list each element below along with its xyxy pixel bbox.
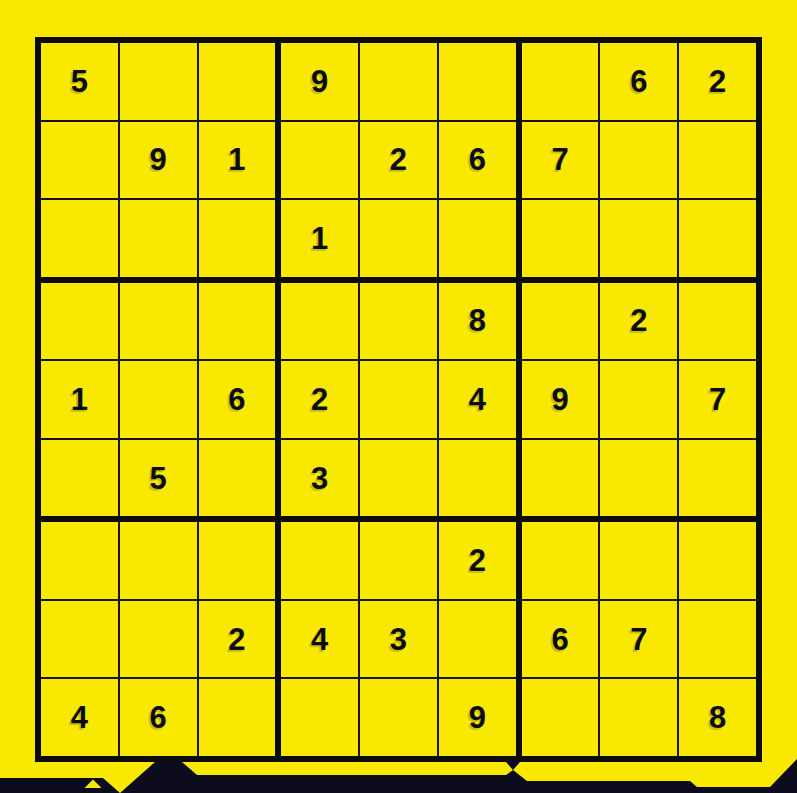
cell-r4c7[interactable] <box>522 283 599 360</box>
cell-r6c2[interactable]: 5 <box>120 440 197 517</box>
cell-r9c7[interactable] <box>522 679 599 756</box>
cell-r4c1[interactable] <box>41 283 118 360</box>
box-3: 627 <box>522 43 756 277</box>
cell-r5c7[interactable]: 9 <box>522 361 599 438</box>
cell-r2c9[interactable] <box>679 122 756 199</box>
cell-r6c5[interactable] <box>360 440 437 517</box>
cell-r9c5[interactable] <box>360 679 437 756</box>
cell-r6c7[interactable] <box>522 440 599 517</box>
cell-r1c9[interactable]: 2 <box>679 43 756 120</box>
sudoku-board: 591926162716582432972462439678 <box>35 37 762 762</box>
cell-r4c5[interactable] <box>360 283 437 360</box>
cell-r4c4[interactable] <box>281 283 358 360</box>
sudoku-screen: 591926162716582432972462439678 <box>0 0 797 793</box>
cell-r9c4[interactable] <box>281 679 358 756</box>
cell-r1c8[interactable]: 6 <box>600 43 677 120</box>
box-9: 678 <box>522 522 756 756</box>
box-6: 297 <box>522 283 756 517</box>
cell-r2c7[interactable]: 7 <box>522 122 599 199</box>
cell-r3c3[interactable] <box>199 200 276 277</box>
cell-r4c8[interactable]: 2 <box>600 283 677 360</box>
cell-r5c3[interactable]: 6 <box>199 361 276 438</box>
cell-r2c8[interactable] <box>600 122 677 199</box>
cell-r8c6[interactable] <box>439 601 516 678</box>
cell-r9c6[interactable]: 9 <box>439 679 516 756</box>
cell-r8c7[interactable]: 6 <box>522 601 599 678</box>
cell-r6c6[interactable] <box>439 440 516 517</box>
cell-r7c7[interactable] <box>522 522 599 599</box>
cell-r6c8[interactable] <box>600 440 677 517</box>
box-4: 165 <box>41 283 275 517</box>
cell-r8c5[interactable]: 3 <box>360 601 437 678</box>
accent-dark-shape <box>0 759 797 793</box>
cell-r4c3[interactable] <box>199 283 276 360</box>
cell-r2c3[interactable]: 1 <box>199 122 276 199</box>
cell-r4c6[interactable]: 8 <box>439 283 516 360</box>
cell-r1c1[interactable]: 5 <box>41 43 118 120</box>
cell-r7c3[interactable] <box>199 522 276 599</box>
cell-r2c2[interactable]: 9 <box>120 122 197 199</box>
cell-r3c7[interactable] <box>522 200 599 277</box>
cell-r2c6[interactable]: 6 <box>439 122 516 199</box>
cell-r7c5[interactable] <box>360 522 437 599</box>
cell-r8c1[interactable] <box>41 601 118 678</box>
cell-r6c9[interactable] <box>679 440 756 517</box>
cell-r5c2[interactable] <box>120 361 197 438</box>
cell-r5c1[interactable]: 1 <box>41 361 118 438</box>
cell-r2c4[interactable] <box>281 122 358 199</box>
cell-r7c1[interactable] <box>41 522 118 599</box>
cell-r3c4[interactable]: 1 <box>281 200 358 277</box>
cell-r6c4[interactable]: 3 <box>281 440 358 517</box>
cell-r7c4[interactable] <box>281 522 358 599</box>
cell-r3c9[interactable] <box>679 200 756 277</box>
cell-r8c4[interactable]: 4 <box>281 601 358 678</box>
cell-r1c2[interactable] <box>120 43 197 120</box>
cell-r5c5[interactable] <box>360 361 437 438</box>
cell-r4c2[interactable] <box>120 283 197 360</box>
cell-r1c4[interactable]: 9 <box>281 43 358 120</box>
cell-r9c9[interactable]: 8 <box>679 679 756 756</box>
box-7: 246 <box>41 522 275 756</box>
cell-r2c5[interactable]: 2 <box>360 122 437 199</box>
cell-r1c6[interactable] <box>439 43 516 120</box>
cell-r3c8[interactable] <box>600 200 677 277</box>
cell-r3c6[interactable] <box>439 200 516 277</box>
box-2: 9261 <box>281 43 515 277</box>
cell-r6c1[interactable] <box>41 440 118 517</box>
cell-r7c9[interactable] <box>679 522 756 599</box>
cell-r7c6[interactable]: 2 <box>439 522 516 599</box>
cell-r5c6[interactable]: 4 <box>439 361 516 438</box>
accent-notch-triangle <box>506 762 520 770</box>
cell-r8c8[interactable]: 7 <box>600 601 677 678</box>
box-1: 591 <box>41 43 275 277</box>
cell-r5c9[interactable]: 7 <box>679 361 756 438</box>
cell-r1c7[interactable] <box>522 43 599 120</box>
cell-r5c4[interactable]: 2 <box>281 361 358 438</box>
cell-r9c8[interactable] <box>600 679 677 756</box>
cell-r3c5[interactable] <box>360 200 437 277</box>
cell-r4c9[interactable] <box>679 283 756 360</box>
box-8: 2439 <box>281 522 515 756</box>
cell-r1c5[interactable] <box>360 43 437 120</box>
cell-r8c2[interactable] <box>120 601 197 678</box>
cell-r3c1[interactable] <box>41 200 118 277</box>
cell-r7c2[interactable] <box>120 522 197 599</box>
cell-r9c2[interactable]: 6 <box>120 679 197 756</box>
cell-r1c3[interactable] <box>199 43 276 120</box>
cell-r6c3[interactable] <box>199 440 276 517</box>
cell-r7c8[interactable] <box>600 522 677 599</box>
cell-r3c2[interactable] <box>120 200 197 277</box>
cell-r9c3[interactable] <box>199 679 276 756</box>
cell-r5c8[interactable] <box>600 361 677 438</box>
cell-r9c1[interactable]: 4 <box>41 679 118 756</box>
box-5: 8243 <box>281 283 515 517</box>
cell-r2c1[interactable] <box>41 122 118 199</box>
cell-r8c3[interactable]: 2 <box>199 601 276 678</box>
cell-r8c9[interactable] <box>679 601 756 678</box>
